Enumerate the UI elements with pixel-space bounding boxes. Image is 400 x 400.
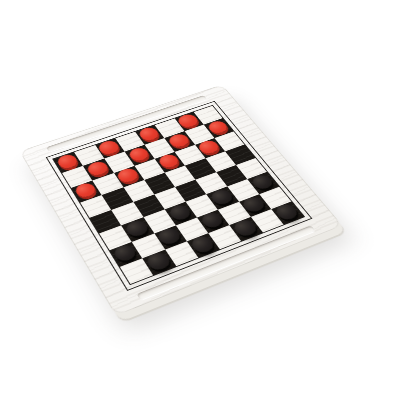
- board-grid-frame: [46, 101, 313, 291]
- checkers-board: [19, 85, 342, 316]
- product-photo-scene: [0, 0, 400, 400]
